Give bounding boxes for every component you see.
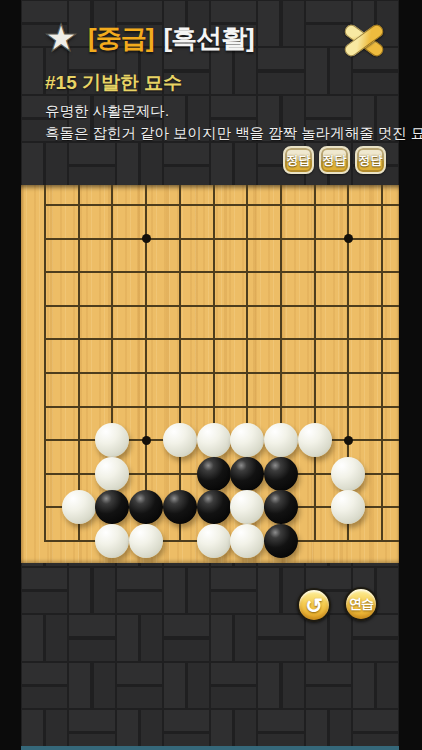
- brick-tile: [210, 142, 257, 189]
- grid-line-horizontal: [44, 406, 400, 408]
- brick-tile: [210, 662, 257, 709]
- brick-tile: [163, 662, 210, 709]
- brick-tile: [21, 709, 68, 750]
- stone-white: [331, 490, 365, 524]
- level-label: [중급]: [88, 21, 153, 56]
- stone-white: [264, 423, 298, 457]
- description-line: 흑돌은 잡힌거 같아 보이지만 백을 깜짝 놀라게해줄 멋진 묘수가 있습니다.: [45, 123, 422, 145]
- reset-button[interactable]: ↺: [297, 588, 331, 622]
- grid-line-horizontal: [44, 338, 400, 340]
- stone-black: [129, 490, 163, 524]
- brick-tile: [68, 142, 116, 189]
- brick-tile: [352, 709, 399, 750]
- brick-tile: [21, 614, 68, 662]
- answer-button-2[interactable]: 정답: [319, 146, 350, 174]
- practice-button[interactable]: 연습: [344, 587, 378, 621]
- stone-black: [197, 457, 231, 491]
- hoshi-point: [344, 436, 353, 445]
- bottom-accent-strip: [21, 746, 399, 750]
- go-board[interactable]: [21, 185, 399, 563]
- brick-tile: [163, 614, 210, 662]
- grid-line-horizontal: [44, 204, 400, 206]
- mode-label: [흑선활]: [163, 21, 253, 56]
- answer-button-3[interactable]: 정답: [355, 146, 386, 174]
- brick-tile: [305, 662, 352, 709]
- brick-tile: [210, 709, 257, 750]
- brick-tile: [305, 709, 352, 750]
- hoshi-point: [344, 234, 353, 243]
- brick-tile: [116, 614, 163, 662]
- stone-black: [264, 524, 298, 558]
- brick-tile: [21, 662, 68, 709]
- brick-tile: [116, 567, 163, 614]
- brick-tile: [257, 614, 305, 662]
- brick-tile: [257, 0, 305, 47]
- grid-line-horizontal: [44, 372, 400, 374]
- reset-icon: ↺: [305, 595, 323, 616]
- brick-tile: [257, 662, 305, 709]
- brick-tile: [21, 142, 68, 189]
- description-line: 유명한 사활문제다.: [45, 101, 422, 123]
- stone-black: [163, 490, 197, 524]
- stone-white: [230, 490, 264, 524]
- grid-line-horizontal: [44, 305, 400, 307]
- brick-tile: [163, 709, 210, 750]
- stone-white: [197, 524, 231, 558]
- brick-tile: [21, 567, 68, 614]
- brick-tile: [68, 567, 116, 614]
- stone-white: [95, 524, 129, 558]
- brick-tile: [210, 567, 257, 614]
- brick-tile: [163, 567, 210, 614]
- stone-black: [230, 457, 264, 491]
- stone-white: [331, 457, 365, 491]
- stone-white: [230, 423, 264, 457]
- brick-tile: [352, 614, 399, 662]
- stone-black: [197, 490, 231, 524]
- brick-tile: [68, 709, 116, 750]
- brick-tile: [257, 47, 305, 95]
- brick-tile: [68, 662, 116, 709]
- stone-white: [129, 524, 163, 558]
- brick-tile: [68, 614, 116, 662]
- brick-tile: [116, 709, 163, 750]
- app-screen: ★ [중급] [흑선활] #15 기발한 묘수 유명한 사활문제다. 흑돌은 잡…: [0, 0, 422, 750]
- hoshi-point: [142, 234, 151, 243]
- star-icon[interactable]: ★: [44, 19, 78, 57]
- brick-tile: [352, 662, 399, 709]
- brick-tile: [116, 662, 163, 709]
- practice-button-label: 연습: [349, 595, 373, 613]
- brick-tile: [210, 614, 257, 662]
- stone-white: [95, 457, 129, 491]
- stone-black: [264, 457, 298, 491]
- problem-description: 유명한 사활문제다. 흑돌은 잡힌거 같아 보이지만 백을 깜짝 놀라게해줄 멋…: [45, 101, 422, 144]
- stone-white: [163, 423, 197, 457]
- stone-black: [264, 490, 298, 524]
- close-button[interactable]: [345, 25, 383, 56]
- answer-button-row: 정답 정답 정답: [283, 146, 386, 174]
- stone-white: [95, 423, 129, 457]
- stone-white: [197, 423, 231, 457]
- answer-button-1[interactable]: 정답: [283, 146, 314, 174]
- problem-title: #15 기발한 묘수: [45, 70, 182, 96]
- brick-tile: [116, 142, 163, 189]
- stone-black: [95, 490, 129, 524]
- brick-tile: [163, 142, 210, 189]
- hoshi-point: [142, 436, 151, 445]
- stone-white: [230, 524, 264, 558]
- stone-white: [62, 490, 96, 524]
- title-bar: ★ [중급] [흑선활]: [44, 14, 254, 62]
- stone-white: [298, 423, 332, 457]
- grid-line-horizontal: [44, 271, 400, 273]
- brick-tile: [257, 709, 305, 750]
